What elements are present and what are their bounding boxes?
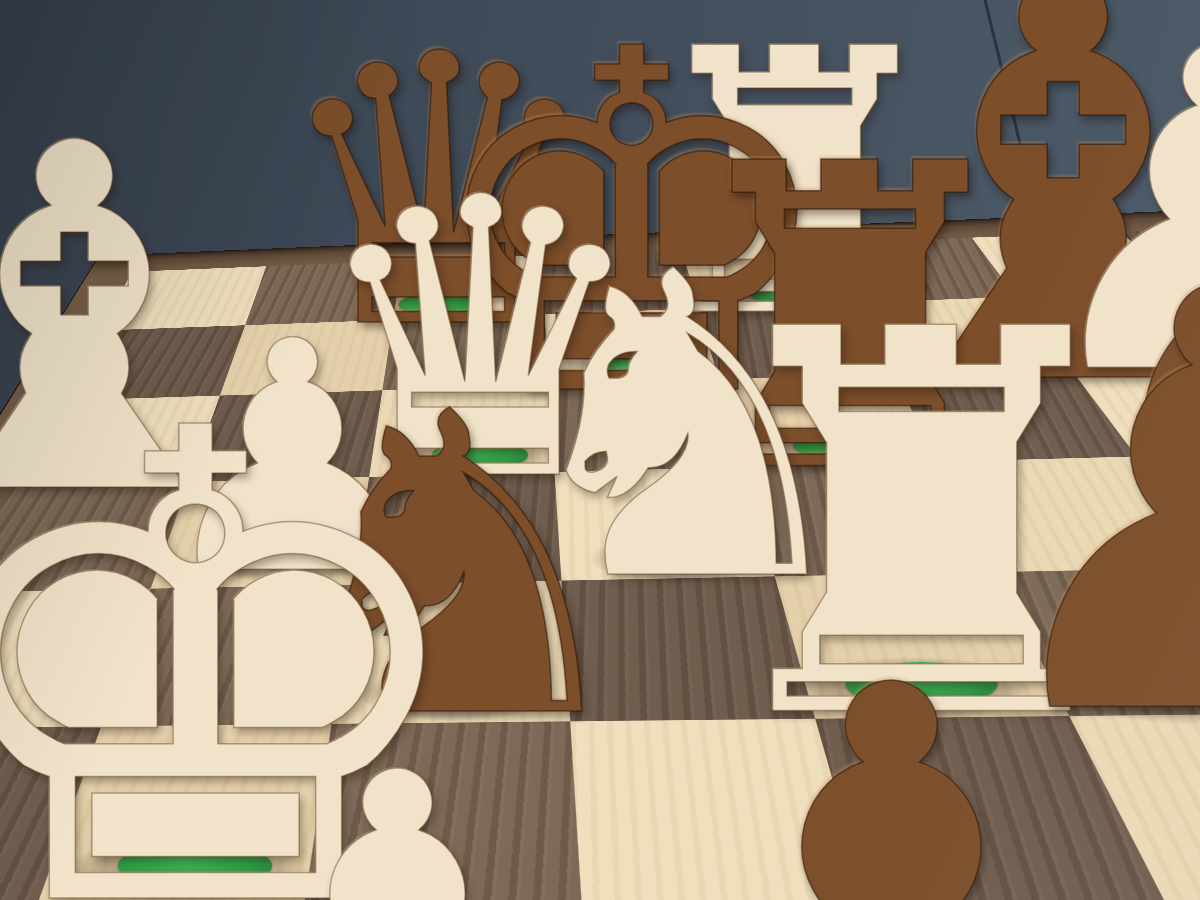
square-c7 — [382, 314, 548, 390]
chessboard — [0, 225, 1200, 900]
square-c5 — [353, 472, 561, 585]
square-d4 — [561, 576, 815, 721]
square-d7 — [544, 308, 718, 385]
square-c3 — [303, 721, 581, 900]
square-d5 — [554, 467, 775, 581]
square-d6 — [549, 379, 744, 471]
power-cable — [0, 0, 1200, 300]
square-b7 — [219, 320, 393, 396]
square-c4 — [332, 581, 570, 724]
chess-photo-scene: ♛♜♚♝♟♝♛♜♟♟♞♞♜♟♚♟♟ — [0, 0, 1200, 900]
square-b5 — [150, 477, 369, 589]
square-c6 — [369, 385, 554, 477]
square-b6 — [189, 390, 383, 481]
board-grid — [0, 225, 1200, 900]
